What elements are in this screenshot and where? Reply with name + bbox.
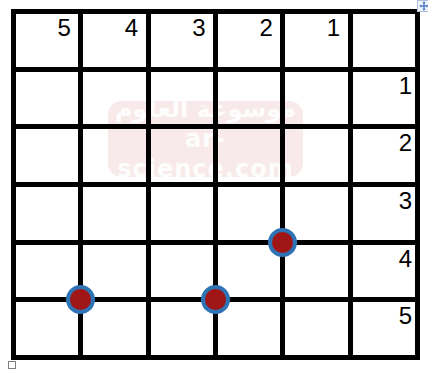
row-line-label: 2 bbox=[350, 131, 412, 155]
grid-horizontal-line bbox=[11, 182, 420, 187]
table-resize-handle-icon[interactable] bbox=[8, 361, 16, 369]
column-line-label: 5 bbox=[9, 16, 71, 40]
grid-horizontal-line bbox=[11, 355, 420, 360]
column-line-label: 2 bbox=[211, 16, 273, 40]
worksheet-grid-board: موسوعة العلوم ar-science.com 5432112345 bbox=[0, 0, 428, 374]
watermark-arabic-text: موسوعة العلوم bbox=[115, 94, 296, 124]
grid-horizontal-line bbox=[11, 240, 420, 245]
column-line-label: 1 bbox=[278, 16, 340, 40]
row-line-label: 3 bbox=[350, 189, 412, 213]
four-way-arrow-icon bbox=[419, 1, 428, 11]
table-move-handle-icon[interactable] bbox=[417, 0, 428, 12]
grid-horizontal-line bbox=[11, 67, 420, 72]
column-line-label: 3 bbox=[143, 16, 205, 40]
grid-horizontal-line bbox=[11, 9, 420, 14]
row-line-label: 1 bbox=[350, 74, 412, 98]
watermark: موسوعة العلوم ar-science.com bbox=[108, 101, 303, 177]
column-line-label: 4 bbox=[76, 16, 138, 40]
grid-horizontal-line bbox=[11, 124, 420, 129]
row-line-label: 5 bbox=[350, 304, 412, 328]
plotted-point[interactable] bbox=[201, 285, 230, 314]
watermark-site-text: ar-science.com bbox=[108, 124, 303, 184]
plotted-point[interactable] bbox=[268, 228, 297, 257]
row-line-label: 4 bbox=[350, 247, 412, 271]
plotted-point[interactable] bbox=[66, 285, 95, 314]
